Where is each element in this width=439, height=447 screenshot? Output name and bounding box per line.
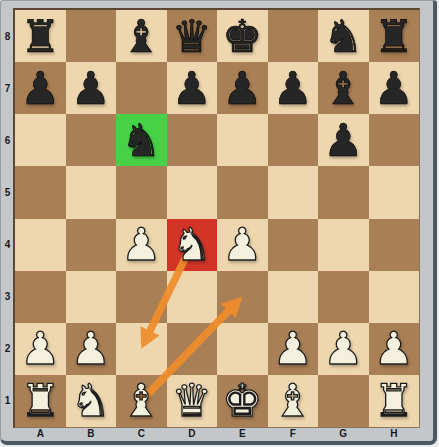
piece-cell-f8	[268, 10, 319, 62]
piece-cell-c5	[116, 166, 167, 218]
piece-cell-a1: ♜	[15, 375, 66, 427]
black-rook-h8[interactable]: ♜	[374, 14, 414, 59]
piece-cell-a8: ♜	[15, 10, 66, 62]
piece-cell-e3	[217, 271, 268, 323]
rank-label-8: 8	[2, 10, 13, 62]
black-knight-c6[interactable]: ♞	[121, 118, 161, 163]
piece-cell-e1: ♚	[217, 375, 268, 427]
piece-cell-h1: ♜	[369, 375, 420, 427]
white-bishop-f1[interactable]: ♝	[273, 378, 313, 423]
piece-cell-b5	[66, 166, 117, 218]
white-pawn-c4[interactable]: ♟	[121, 222, 161, 267]
piece-cell-d3	[167, 271, 218, 323]
white-queen-d1[interactable]: ♛	[172, 378, 212, 423]
piece-cell-f3	[268, 271, 319, 323]
piece-cell-g2: ♟	[318, 323, 369, 375]
black-king-e8[interactable]: ♚	[222, 14, 262, 59]
screenshot-canvas: 87654321 ♜♝♛♚♞♜♟♟♟♟♟♝♟♞♟♟♞♟♟♟♟♟♟♜♞♝♛♚♝♜ …	[0, 0, 439, 447]
file-label-d: D	[167, 427, 218, 440]
piece-cell-b6	[66, 114, 117, 166]
black-rook-a8[interactable]: ♜	[20, 14, 60, 59]
black-pawn-f7[interactable]: ♟	[273, 66, 313, 111]
white-rook-h1[interactable]: ♜	[374, 378, 414, 423]
piece-cell-a4	[15, 219, 66, 271]
piece-cell-h5	[369, 166, 420, 218]
piece-cell-f6	[268, 114, 319, 166]
white-knight-d4[interactable]: ♞	[172, 222, 212, 267]
black-pawn-h7[interactable]: ♟	[374, 66, 414, 111]
white-pawn-f2[interactable]: ♟	[273, 326, 313, 371]
file-label-e: E	[217, 427, 268, 440]
file-label-c: C	[116, 427, 167, 440]
rank-label-3: 3	[2, 271, 13, 323]
piece-cell-b2: ♟	[66, 323, 117, 375]
piece-cell-h3	[369, 271, 420, 323]
piece-cell-h2: ♟	[369, 323, 420, 375]
piece-cell-b8	[66, 10, 117, 62]
piece-cell-c3	[116, 271, 167, 323]
white-rook-a1[interactable]: ♜	[20, 378, 60, 423]
piece-cell-f1: ♝	[268, 375, 319, 427]
white-pawn-e4[interactable]: ♟	[222, 222, 262, 267]
piece-cell-g1	[318, 375, 369, 427]
piece-cell-d4: ♞	[167, 219, 218, 271]
rank-labels: 87654321	[2, 10, 13, 427]
piece-cell-g3	[318, 271, 369, 323]
black-pawn-e7[interactable]: ♟	[222, 66, 262, 111]
file-label-a: A	[15, 427, 66, 440]
board-frame: 87654321 ♜♝♛♚♞♜♟♟♟♟♟♝♟♞♟♟♞♟♟♟♟♟♟♜♞♝♛♚♝♜ …	[0, 0, 437, 445]
black-bishop-g7[interactable]: ♝	[323, 66, 363, 111]
piece-cell-a3	[15, 271, 66, 323]
piece-cell-c1: ♝	[116, 375, 167, 427]
piece-cell-b4	[66, 219, 117, 271]
rank-label-6: 6	[2, 114, 13, 166]
file-label-f: F	[268, 427, 319, 440]
piece-cell-d7: ♟	[167, 62, 218, 114]
piece-cell-a6	[15, 114, 66, 166]
black-bishop-c8[interactable]: ♝	[121, 14, 161, 59]
piece-cell-f2: ♟	[268, 323, 319, 375]
piece-cell-f4	[268, 219, 319, 271]
piece-cell-c7	[116, 62, 167, 114]
rank-label-4: 4	[2, 219, 13, 271]
piece-cell-e4: ♟	[217, 219, 268, 271]
white-king-e1[interactable]: ♚	[222, 378, 262, 423]
piece-cell-a5	[15, 166, 66, 218]
piece-cell-g8: ♞	[318, 10, 369, 62]
piece-cell-c6: ♞	[116, 114, 167, 166]
white-pawn-a2[interactable]: ♟	[20, 326, 60, 371]
black-pawn-d7[interactable]: ♟	[172, 66, 212, 111]
file-label-h: H	[369, 427, 420, 440]
piece-cell-a7: ♟	[15, 62, 66, 114]
file-label-b: B	[66, 427, 117, 440]
piece-cell-d5	[167, 166, 218, 218]
piece-cell-e8: ♚	[217, 10, 268, 62]
black-knight-g8[interactable]: ♞	[323, 14, 363, 59]
piece-cell-b7: ♟	[66, 62, 117, 114]
white-pawn-b2[interactable]: ♟	[71, 326, 111, 371]
piece-cell-e6	[217, 114, 268, 166]
piece-cell-g5	[318, 166, 369, 218]
piece-cell-g4	[318, 219, 369, 271]
rank-label-2: 2	[2, 323, 13, 375]
piece-cell-d1: ♛	[167, 375, 218, 427]
piece-cell-h6	[369, 114, 420, 166]
piece-cell-b3	[66, 271, 117, 323]
piece-cell-d2	[167, 323, 218, 375]
black-pawn-b7[interactable]: ♟	[71, 66, 111, 111]
piece-cell-c4: ♟	[116, 219, 167, 271]
piece-cell-d6	[167, 114, 218, 166]
piece-cell-e7: ♟	[217, 62, 268, 114]
piece-cell-c2	[116, 323, 167, 375]
file-labels: ABCDEFGH	[15, 427, 419, 440]
rank-label-1: 1	[2, 375, 13, 427]
piece-cell-h7: ♟	[369, 62, 420, 114]
piece-cell-f7: ♟	[268, 62, 319, 114]
piece-cell-g6: ♟	[318, 114, 369, 166]
black-pawn-g6[interactable]: ♟	[323, 118, 363, 163]
piece-cell-a2: ♟	[15, 323, 66, 375]
white-bishop-c1[interactable]: ♝	[121, 378, 161, 423]
piece-cell-e5	[217, 166, 268, 218]
black-queen-d8[interactable]: ♛	[172, 14, 212, 59]
piece-cell-h8: ♜	[369, 10, 420, 62]
piece-cell-h4	[369, 219, 420, 271]
piece-cell-c8: ♝	[116, 10, 167, 62]
rank-label-5: 5	[2, 166, 13, 218]
piece-cell-e2	[217, 323, 268, 375]
piece-cell-b1: ♞	[66, 375, 117, 427]
piece-cell-g7: ♝	[318, 62, 369, 114]
rank-label-7: 7	[2, 62, 13, 114]
chess-board: ♜♝♛♚♞♜♟♟♟♟♟♝♟♞♟♟♞♟♟♟♟♟♟♜♞♝♛♚♝♜	[13, 8, 420, 428]
file-label-g: G	[318, 427, 369, 440]
piece-cell-f5	[268, 166, 319, 218]
white-pawn-h2[interactable]: ♟	[374, 326, 414, 371]
piece-cell-d8: ♛	[167, 10, 218, 62]
white-pawn-g2[interactable]: ♟	[323, 326, 363, 371]
pieces-layer: ♜♝♛♚♞♜♟♟♟♟♟♝♟♞♟♟♞♟♟♟♟♟♟♜♞♝♛♚♝♜	[15, 10, 419, 427]
white-knight-b1[interactable]: ♞	[71, 378, 111, 423]
black-pawn-a7[interactable]: ♟	[20, 66, 60, 111]
